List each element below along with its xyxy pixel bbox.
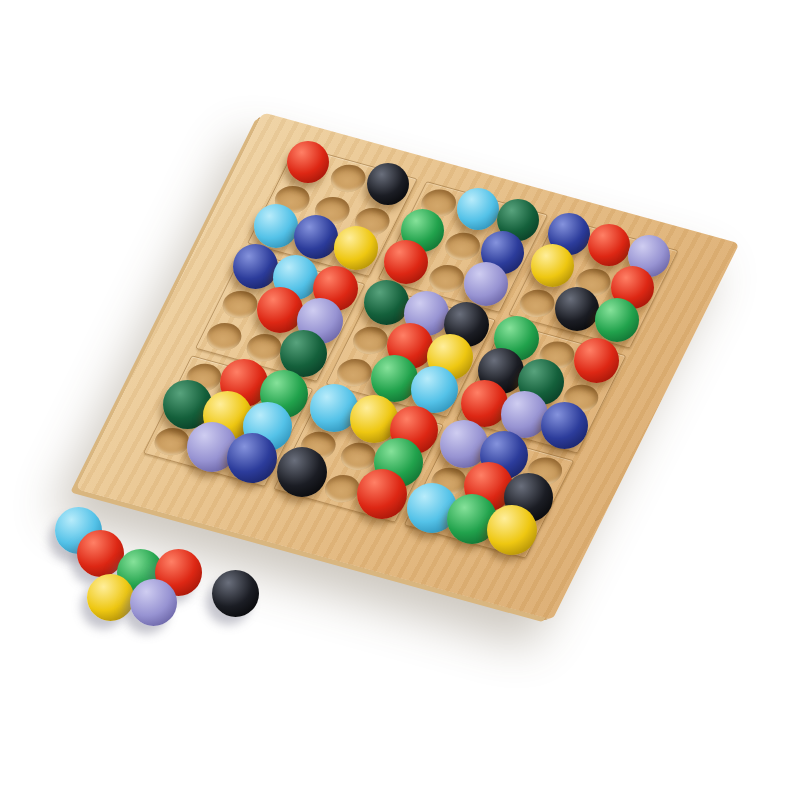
ball-red-r1-c8[interactable] — [588, 224, 630, 266]
ball-yellow-r3-c3[interactable] — [334, 226, 378, 270]
product-photo-background — [0, 0, 800, 798]
ball-light-blue-r1-c5[interactable] — [457, 188, 499, 230]
ball-dark-blue-r9-c3[interactable] — [227, 433, 277, 483]
tray-ball-black-7[interactable] — [212, 570, 259, 617]
ball-dark-blue-r3-c2[interactable] — [294, 215, 338, 259]
ball-green-r3-c9[interactable] — [595, 298, 639, 342]
ball-black-r3-c8[interactable] — [555, 287, 599, 331]
ball-red-r5-c2[interactable] — [257, 287, 303, 333]
ball-black-r1-c3[interactable] — [367, 163, 409, 205]
ball-red-r9-c6[interactable] — [357, 469, 407, 519]
tray-ball-purple-6[interactable] — [130, 579, 177, 626]
ball-light-blue-r3-c1[interactable] — [254, 204, 298, 248]
ball-black-r9-c4[interactable] — [277, 447, 327, 497]
tray-ball-yellow-5[interactable] — [87, 574, 134, 621]
ball-dark-green-r4-c4[interactable] — [364, 280, 409, 325]
ball-dark-blue-r6-c9[interactable] — [541, 402, 588, 449]
ball-red-r1-c1[interactable] — [287, 141, 329, 183]
